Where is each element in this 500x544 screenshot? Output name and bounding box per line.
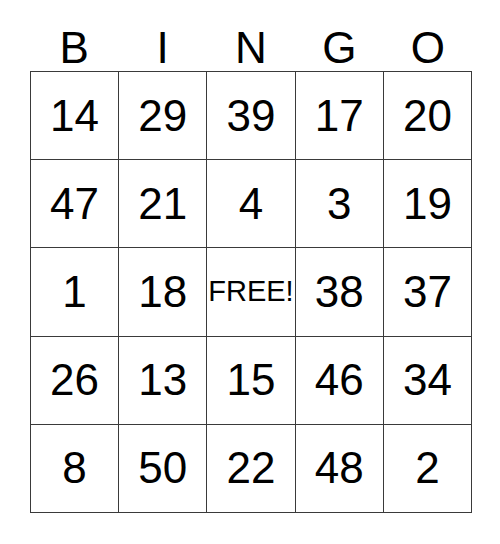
header-letter-o: O — [384, 0, 472, 70]
cell-r3c3-free-space[interactable]: FREE! — [207, 248, 294, 335]
cell-r5c4[interactable]: 48 — [296, 425, 383, 512]
header-letter-b: B — [30, 0, 118, 70]
cell-r4c5[interactable]: 34 — [384, 337, 471, 424]
bingo-card: B I N G O 14 29 39 17 20 47 21 4 3 19 1 … — [0, 0, 500, 544]
cell-r5c3[interactable]: 22 — [207, 425, 294, 512]
header-letter-n: N — [207, 0, 295, 70]
cell-r1c3[interactable]: 39 — [207, 72, 294, 159]
bingo-header: B I N G O — [30, 0, 472, 70]
cell-r1c5[interactable]: 20 — [384, 72, 471, 159]
cell-r3c4[interactable]: 38 — [296, 248, 383, 335]
cell-r2c3[interactable]: 4 — [207, 160, 294, 247]
cell-r3c1[interactable]: 1 — [31, 248, 118, 335]
cell-r5c5[interactable]: 2 — [384, 425, 471, 512]
cell-r3c2[interactable]: 18 — [119, 248, 206, 335]
cell-r1c2[interactable]: 29 — [119, 72, 206, 159]
cell-r2c1[interactable]: 47 — [31, 160, 118, 247]
cell-r1c1[interactable]: 14 — [31, 72, 118, 159]
cell-r2c4[interactable]: 3 — [296, 160, 383, 247]
cell-r4c2[interactable]: 13 — [119, 337, 206, 424]
cell-r2c5[interactable]: 19 — [384, 160, 471, 247]
cell-r4c3[interactable]: 15 — [207, 337, 294, 424]
cell-r4c1[interactable]: 26 — [31, 337, 118, 424]
cell-r4c4[interactable]: 46 — [296, 337, 383, 424]
cell-r5c2[interactable]: 50 — [119, 425, 206, 512]
cell-r5c1[interactable]: 8 — [31, 425, 118, 512]
header-letter-i: I — [118, 0, 206, 70]
header-letter-g: G — [295, 0, 383, 70]
cell-r3c5[interactable]: 37 — [384, 248, 471, 335]
cell-r2c2[interactable]: 21 — [119, 160, 206, 247]
cell-r1c4[interactable]: 17 — [296, 72, 383, 159]
bingo-grid: 14 29 39 17 20 47 21 4 3 19 1 18 FREE! 3… — [30, 71, 472, 513]
